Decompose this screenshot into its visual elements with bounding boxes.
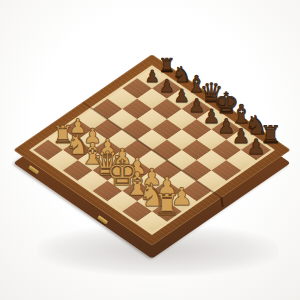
black-pawn[interactable]: ♟ [245, 136, 266, 157]
photo-background: ♜♞♝♛♚♝♞♜♟♟♟♟♟♟♟♟♟♟♟♟♟♟♟♟♜♞♝♛♚♝♞♜ [0, 0, 300, 300]
white-rook[interactable]: ♜ [152, 191, 182, 221]
